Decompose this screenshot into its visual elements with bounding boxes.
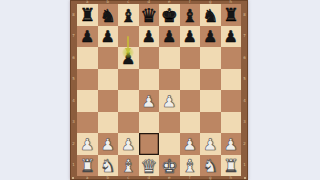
file-labels-bottom: abcdefgh [77,176,241,180]
square-f2[interactable]: ♟ [180,133,201,155]
rank-label-3: 3 [241,112,248,134]
square-g5[interactable] [200,69,221,91]
square-e2[interactable] [159,133,180,155]
piece-white-pawn-c2[interactable]: ♟ [121,136,135,152]
file-label-g: g [200,176,221,180]
piece-white-pawn-b2[interactable]: ♟ [101,136,115,152]
rank-label-4: 4 [70,90,77,112]
rank-label-1: 1 [70,155,77,177]
piece-black-queen-d8[interactable]: ♛ [140,6,157,25]
file-label-b: b [98,176,119,180]
rank-labels-right: 87654321 [241,4,248,176]
file-label-b: b [98,0,119,4]
square-e3[interactable] [159,112,180,134]
file-labels-top: abcdefgh [77,0,241,4]
piece-black-pawn-h7[interactable]: ♟ [224,29,238,45]
piece-black-knight-g8[interactable]: ♞ [202,6,218,24]
file-label-c: c [118,176,139,180]
rank-label-5: 5 [70,69,77,91]
square-c7[interactable] [118,26,139,48]
square-c6[interactable]: ♟ [118,47,139,69]
piece-black-bishop-f8[interactable]: ♝ [182,6,198,24]
piece-white-pawn-f2[interactable]: ♟ [183,136,197,152]
piece-black-pawn-d7[interactable]: ♟ [142,29,156,45]
square-f5[interactable] [180,69,201,91]
square-f7[interactable]: ♟ [180,26,201,48]
file-label-d: d [139,176,160,180]
square-f1[interactable]: ♝ [180,155,201,177]
square-b7[interactable]: ♟ [98,26,119,48]
piece-black-pawn-e7[interactable]: ♟ [162,29,176,45]
rank-label-4: 4 [241,90,248,112]
square-a5[interactable] [77,69,98,91]
border-corner-mark [244,177,246,179]
piece-black-bishop-c8[interactable]: ♝ [120,6,136,24]
piece-black-pawn-c6[interactable]: ♟ [121,50,135,66]
square-h3[interactable] [221,112,242,134]
rank-label-6: 6 [241,47,248,69]
piece-white-pawn-e4[interactable]: ♟ [162,93,176,109]
file-label-f: f [180,0,201,4]
rank-label-6: 6 [70,47,77,69]
square-h7[interactable]: ♟ [221,26,242,48]
file-label-g: g [200,0,221,4]
square-h6[interactable] [221,47,242,69]
rank-labels-left: 87654321 [70,4,77,176]
rank-label-2: 2 [70,133,77,155]
square-b8[interactable]: ♞ [98,4,119,26]
rank-label-3: 3 [70,112,77,134]
rank-label-7: 7 [70,26,77,48]
rank-label-8: 8 [70,4,77,26]
file-label-h: h [221,176,242,180]
square-c3[interactable] [118,112,139,134]
square-g8[interactable]: ♞ [200,4,221,26]
square-g1[interactable]: ♞ [200,155,221,177]
square-b2[interactable]: ♟ [98,133,119,155]
square-g6[interactable] [200,47,221,69]
square-d7[interactable]: ♟ [139,26,160,48]
piece-black-rook-a8[interactable]: ♜ [79,7,95,25]
square-b3[interactable] [98,112,119,134]
piece-white-pawn-a2[interactable]: ♟ [80,136,94,152]
rank-label-1: 1 [241,155,248,177]
square-c1[interactable]: ♝ [118,155,139,177]
square-g7[interactable]: ♟ [200,26,221,48]
square-e8[interactable]: ♚ [159,4,180,26]
piece-white-knight-g1[interactable]: ♞ [202,157,218,175]
square-e7[interactable]: ♟ [159,26,180,48]
square-b1[interactable]: ♞ [98,155,119,177]
square-a6[interactable] [77,47,98,69]
square-d1[interactable]: ♛ [139,155,160,177]
square-h2[interactable]: ♟ [221,133,242,155]
square-e5[interactable] [159,69,180,91]
file-label-a: a [77,176,98,180]
file-label-e: e [159,0,180,4]
rank-label-8: 8 [241,4,248,26]
square-a3[interactable] [77,112,98,134]
file-label-h: h [221,0,242,4]
square-a4[interactable] [77,90,98,112]
rank-label-7: 7 [241,26,248,48]
last-move-from-highlight [139,133,160,155]
file-label-c: c [118,0,139,4]
square-d6[interactable] [139,47,160,69]
square-e1[interactable]: ♚ [159,155,180,177]
piece-black-pawn-b7[interactable]: ♟ [101,29,115,45]
piece-white-bishop-f1[interactable]: ♝ [182,157,198,175]
piece-black-pawn-a7[interactable]: ♟ [80,29,94,45]
square-g3[interactable] [200,112,221,134]
square-d4[interactable]: ♟ [139,90,160,112]
square-c2[interactable]: ♟ [118,133,139,155]
piece-black-rook-h8[interactable]: ♜ [223,7,239,25]
square-e4[interactable]: ♟ [159,90,180,112]
chess-board: abcdefgh abcdefgh 87654321 87654321 ♜♞♝♛… [70,0,248,180]
square-a8[interactable]: ♜ [77,4,98,26]
piece-white-king-e1[interactable]: ♚ [161,156,178,175]
rank-label-5: 5 [241,69,248,91]
piece-white-queen-d1[interactable]: ♛ [140,156,157,175]
square-f6[interactable] [180,47,201,69]
file-label-a: a [77,0,98,4]
square-d3[interactable] [139,112,160,134]
square-c5[interactable] [118,69,139,91]
square-h8[interactable]: ♜ [221,4,242,26]
piece-black-king-e8[interactable]: ♚ [161,6,178,25]
square-h5[interactable] [221,69,242,91]
square-a7[interactable]: ♟ [77,26,98,48]
rank-label-2: 2 [241,133,248,155]
board-squares: ♜♞♝♛♚♝♞♜♟♟♟♟♟♟♟♟♟♟♟♟♟♟♟♟♜♞♝♛♚♝♞♜ [77,4,241,176]
square-b6[interactable] [98,47,119,69]
piece-white-rook-h1[interactable]: ♜ [223,157,239,175]
square-f8[interactable]: ♝ [180,4,201,26]
square-h1[interactable]: ♜ [221,155,242,177]
piece-white-knight-b1[interactable]: ♞ [100,157,116,175]
square-c4[interactable] [118,90,139,112]
square-f4[interactable] [180,90,201,112]
square-a1[interactable]: ♜ [77,155,98,177]
square-g4[interactable] [200,90,221,112]
square-a2[interactable]: ♟ [77,133,98,155]
piece-white-pawn-g2[interactable]: ♟ [203,136,217,152]
piece-white-pawn-h2[interactable]: ♟ [224,136,238,152]
file-label-f: f [180,176,201,180]
square-e6[interactable] [159,47,180,69]
square-d2[interactable] [139,133,160,155]
file-label-e: e [159,176,180,180]
square-h4[interactable] [221,90,242,112]
piece-white-rook-a1[interactable]: ♜ [79,157,95,175]
thumbnail-background: abcdefgh abcdefgh 87654321 87654321 ♜♞♝♛… [0,0,320,180]
piece-black-knight-b8[interactable]: ♞ [100,6,116,24]
square-d5[interactable] [139,69,160,91]
piece-black-pawn-g7[interactable]: ♟ [203,29,217,45]
square-b4[interactable] [98,90,119,112]
square-b5[interactable] [98,69,119,91]
border-corner-mark [72,177,74,179]
piece-white-bishop-c1[interactable]: ♝ [120,157,136,175]
piece-white-pawn-d4[interactable]: ♟ [142,93,156,109]
square-d8[interactable]: ♛ [139,4,160,26]
square-f3[interactable] [180,112,201,134]
file-label-d: d [139,0,160,4]
square-g2[interactable]: ♟ [200,133,221,155]
piece-black-pawn-f7[interactable]: ♟ [183,29,197,45]
square-c8[interactable]: ♝ [118,4,139,26]
